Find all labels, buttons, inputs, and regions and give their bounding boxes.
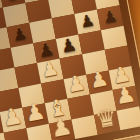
black-pawn: ♟ [59,35,78,56]
board-grid: ♛♚♝♞♜♟♟♟♟♟♟♟♟♟♟♟♝♟♟♛ [0,0,140,140]
black-pawn: ♟ [79,13,96,32]
black-pawn: ♟ [102,8,119,27]
chess-board: ♛♚♝♞♜♟♟♟♟♟♟♟♟♟♟♟♝♟♟♛ [0,0,140,140]
square-h1 [116,106,140,131]
black-pawn: ♟ [37,40,56,61]
white-pawn: ♟ [40,58,61,80]
chess-set-photo: ♛♚♝♞♜♟♟♟♟♟♟♟♟♟♟♟♝♟♟♛ [0,0,140,140]
black-pawn: ♟ [11,26,28,45]
